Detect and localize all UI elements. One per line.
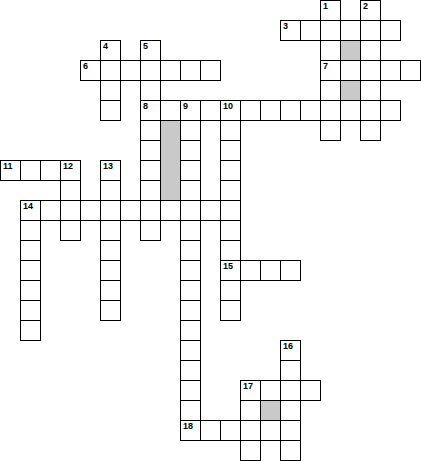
- cell-r11c3[interactable]: [60, 220, 81, 241]
- cell-r12c5[interactable]: [100, 240, 121, 261]
- cell-r6c16[interactable]: [320, 120, 341, 141]
- cell-r5c14[interactable]: [280, 100, 301, 121]
- shaded-block-r4c17[interactable]: [340, 80, 361, 101]
- cell-r8c2[interactable]: [40, 160, 61, 181]
- cell-r19c14[interactable]: [280, 380, 301, 401]
- shaded-block-r2c17[interactable]: [340, 40, 361, 61]
- cell-r3c7[interactable]: [140, 60, 161, 81]
- cell-r19c15[interactable]: [300, 380, 321, 401]
- cell-r1c18[interactable]: [360, 20, 381, 41]
- cell-r3c10[interactable]: [200, 60, 221, 81]
- cell-r6c7[interactable]: [140, 120, 161, 141]
- cell-r13c1[interactable]: [20, 260, 41, 281]
- cell-r3c17[interactable]: [340, 60, 361, 81]
- cell-r1c16[interactable]: [320, 20, 341, 41]
- cell-r3c6[interactable]: [120, 60, 141, 81]
- cell-r8c11[interactable]: [220, 160, 241, 181]
- cell-r18c14[interactable]: [280, 360, 301, 381]
- cell-r10c10[interactable]: [200, 200, 221, 221]
- crossword-board: 123456789101112131415161718: [0, 0, 421, 461]
- cell-r11c9[interactable]: [180, 220, 201, 241]
- cell-r9c5[interactable]: [100, 180, 121, 201]
- shaded-block-r20c13[interactable]: [260, 400, 281, 421]
- cell-r19c13[interactable]: [260, 380, 281, 401]
- cell-r7c9[interactable]: [180, 140, 201, 161]
- cell-r8c1[interactable]: [20, 160, 41, 181]
- cell-r21c9[interactable]: [180, 420, 201, 441]
- cell-r22c12[interactable]: [240, 440, 261, 461]
- cell-r9c7[interactable]: [140, 180, 161, 201]
- cell-r3c19[interactable]: [380, 60, 401, 81]
- cell-r9c11[interactable]: [220, 180, 241, 201]
- cell-r15c5[interactable]: [100, 300, 121, 321]
- cell-r21c10[interactable]: [200, 420, 221, 441]
- cell-r2c16[interactable]: [320, 40, 341, 61]
- cell-r5c15[interactable]: [300, 100, 321, 121]
- cell-r5c16[interactable]: [320, 100, 341, 121]
- cell-r22c14[interactable]: [280, 440, 301, 461]
- cell-r3c9[interactable]: [180, 60, 201, 81]
- cell-r5c13[interactable]: [260, 100, 281, 121]
- cell-r4c7[interactable]: [140, 80, 161, 101]
- cell-r5c8[interactable]: [160, 100, 181, 121]
- cell-r1c14[interactable]: [280, 20, 301, 41]
- cell-r2c5[interactable]: [100, 40, 121, 61]
- cell-r10c8[interactable]: [160, 200, 181, 221]
- cell-r2c7[interactable]: [140, 40, 161, 61]
- cell-r5c11[interactable]: [220, 100, 241, 121]
- cell-r7c7[interactable]: [140, 140, 161, 161]
- cell-r20c9[interactable]: [180, 400, 201, 421]
- cell-r4c18[interactable]: [360, 80, 381, 101]
- cell-r11c5[interactable]: [100, 220, 121, 241]
- cell-r20c14[interactable]: [280, 400, 301, 421]
- cell-r10c4[interactable]: [80, 200, 101, 221]
- cell-r10c11[interactable]: [220, 200, 241, 221]
- cell-r13c14[interactable]: [280, 260, 301, 281]
- cell-r6c11[interactable]: [220, 120, 241, 141]
- cell-r1c19[interactable]: [380, 20, 401, 41]
- cell-r15c9[interactable]: [180, 300, 201, 321]
- cell-r5c7[interactable]: [140, 100, 161, 121]
- cell-r0c16[interactable]: [320, 0, 341, 21]
- cell-r13c11[interactable]: [220, 260, 241, 281]
- cell-r8c0[interactable]: [0, 160, 21, 181]
- cell-r11c1[interactable]: [20, 220, 41, 241]
- cell-r21c11[interactable]: [220, 420, 241, 441]
- cell-r3c20[interactable]: [400, 60, 421, 81]
- cell-r18c9[interactable]: [180, 360, 201, 381]
- cell-r10c5[interactable]: [100, 200, 121, 221]
- cell-r13c5[interactable]: [100, 260, 121, 281]
- cell-r8c9[interactable]: [180, 160, 201, 181]
- cell-r10c6[interactable]: [120, 200, 141, 221]
- cell-r0c18[interactable]: [360, 0, 381, 21]
- cell-r19c12[interactable]: [240, 380, 261, 401]
- cell-r19c9[interactable]: [180, 380, 201, 401]
- cell-r17c14[interactable]: [280, 340, 301, 361]
- cell-r10c7[interactable]: [140, 200, 161, 221]
- cell-r8c7[interactable]: [140, 160, 161, 181]
- cell-r10c2[interactable]: [40, 200, 61, 221]
- cell-r5c17[interactable]: [340, 100, 361, 121]
- cell-r5c5[interactable]: [100, 100, 121, 121]
- cell-r13c12[interactable]: [240, 260, 261, 281]
- cell-r5c12[interactable]: [240, 100, 261, 121]
- cell-r5c9[interactable]: [180, 100, 201, 121]
- cell-r14c11[interactable]: [220, 280, 241, 301]
- cell-r7c11[interactable]: [220, 140, 241, 161]
- cell-r6c18[interactable]: [360, 120, 381, 141]
- cell-r12c9[interactable]: [180, 240, 201, 261]
- cell-r16c1[interactable]: [20, 320, 41, 341]
- cell-r9c9[interactable]: [180, 180, 201, 201]
- cell-r2c18[interactable]: [360, 40, 381, 61]
- cell-r5c10[interactable]: [200, 100, 221, 121]
- cell-r8c5[interactable]: [100, 160, 121, 181]
- cell-r3c18[interactable]: [360, 60, 381, 81]
- cell-r14c9[interactable]: [180, 280, 201, 301]
- cell-r3c5[interactable]: [100, 60, 121, 81]
- cell-r12c11[interactable]: [220, 240, 241, 261]
- cell-r1c17[interactable]: [340, 20, 361, 41]
- cell-r3c16[interactable]: [320, 60, 341, 81]
- cell-r3c8[interactable]: [160, 60, 181, 81]
- cell-r11c7[interactable]: [140, 220, 161, 241]
- cell-r4c5[interactable]: [100, 80, 121, 101]
- cell-r8c3[interactable]: [60, 160, 81, 181]
- cell-r21c14[interactable]: [280, 420, 301, 441]
- shaded-block-r6c8[interactable]: [160, 120, 181, 201]
- cell-r13c13[interactable]: [260, 260, 281, 281]
- cell-r15c11[interactable]: [220, 300, 241, 321]
- cell-r17c9[interactable]: [180, 340, 201, 361]
- cell-r9c3[interactable]: [60, 180, 81, 201]
- cell-r10c1[interactable]: [20, 200, 41, 221]
- cell-r14c1[interactable]: [20, 280, 41, 301]
- cell-r5c19[interactable]: [380, 100, 401, 121]
- cell-r21c12[interactable]: [240, 420, 261, 441]
- cell-r16c9[interactable]: [180, 320, 201, 341]
- cell-r10c9[interactable]: [180, 200, 201, 221]
- cell-r12c1[interactable]: [20, 240, 41, 261]
- cell-r6c9[interactable]: [180, 120, 201, 141]
- cell-r13c9[interactable]: [180, 260, 201, 281]
- cell-r3c4[interactable]: [80, 60, 101, 81]
- cell-r20c12[interactable]: [240, 400, 261, 421]
- cell-r15c1[interactable]: [20, 300, 41, 321]
- cell-r14c5[interactable]: [100, 280, 121, 301]
- cell-r5c18[interactable]: [360, 100, 381, 121]
- cell-r1c15[interactable]: [300, 20, 321, 41]
- cell-r11c11[interactable]: [220, 220, 241, 241]
- cell-r10c3[interactable]: [60, 200, 81, 221]
- cell-r4c16[interactable]: [320, 80, 341, 101]
- cell-r21c13[interactable]: [260, 420, 281, 441]
